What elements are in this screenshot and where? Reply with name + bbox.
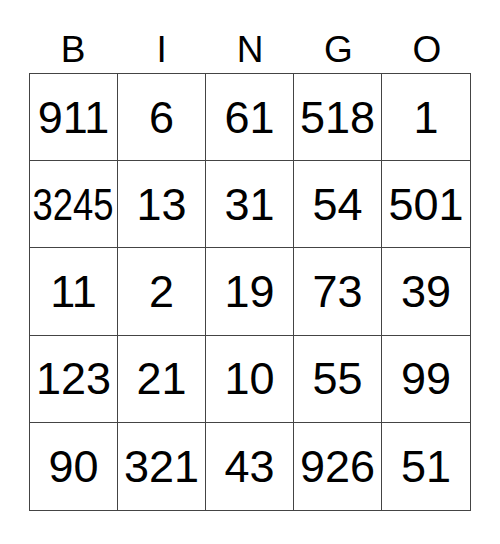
- cell-number: 13: [136, 182, 186, 227]
- bingo-cell-r2c2[interactable]: 13: [118, 161, 206, 248]
- bingo-cell-r5c5[interactable]: 51: [382, 423, 470, 510]
- cell-number: 19: [224, 269, 274, 314]
- bingo-cell-r4c2[interactable]: 21: [118, 336, 206, 423]
- header-letter-b: B: [29, 0, 117, 73]
- cell-number: 21: [136, 356, 186, 401]
- cell-number: 1: [413, 95, 438, 140]
- bingo-cell-r2c5[interactable]: 501: [382, 161, 470, 248]
- cell-number: 3245: [33, 182, 114, 227]
- cell-number: 123: [36, 356, 111, 401]
- cell-number: 61: [224, 95, 274, 140]
- cell-number: 518: [300, 95, 375, 140]
- cell-number: 6: [149, 95, 174, 140]
- bingo-cell-r1c1[interactable]: 911: [30, 74, 118, 161]
- cell-number: 31: [224, 182, 274, 227]
- bingo-cell-r2c1[interactable]: 3245: [30, 161, 118, 248]
- cell-number: 911: [38, 95, 110, 140]
- bingo-cell-r5c4[interactable]: 926: [294, 423, 382, 510]
- bingo-cell-r3c1[interactable]: 11: [30, 248, 118, 335]
- bingo-cell-r3c2[interactable]: 2: [118, 248, 206, 335]
- header-letter-i: I: [117, 0, 205, 73]
- cell-number: 54: [312, 182, 362, 227]
- bingo-cell-r5c2[interactable]: 321: [118, 423, 206, 510]
- cell-number: 321: [124, 444, 199, 489]
- bingo-cell-r3c5[interactable]: 39: [382, 248, 470, 335]
- header-letter-n: N: [206, 0, 294, 73]
- bingo-board: 911 6 61 518 1 3245 13 31 54 501 11 2 19…: [29, 73, 471, 511]
- header-letter-g: G: [294, 0, 382, 73]
- cell-number: 43: [224, 444, 274, 489]
- bingo-cell-r2c4[interactable]: 54: [294, 161, 382, 248]
- bingo-header: B I N G O: [29, 0, 471, 73]
- bingo-cell-r4c1[interactable]: 123: [30, 336, 118, 423]
- cell-number: 926: [300, 444, 375, 489]
- bingo-cell-r2c3[interactable]: 31: [206, 161, 294, 248]
- cell-number: 11: [50, 269, 97, 314]
- bingo-cell-r3c4[interactable]: 73: [294, 248, 382, 335]
- bingo-cell-r5c1[interactable]: 90: [30, 423, 118, 510]
- bingo-cell-r1c2[interactable]: 6: [118, 74, 206, 161]
- cell-number: 55: [312, 356, 362, 401]
- cell-number: 73: [312, 269, 362, 314]
- cell-number: 90: [48, 444, 98, 489]
- cell-number: 501: [388, 182, 463, 227]
- bingo-cell-r1c4[interactable]: 518: [294, 74, 382, 161]
- cell-number: 99: [401, 356, 451, 401]
- cell-number: 39: [401, 269, 451, 314]
- bingo-cell-r4c3[interactable]: 10: [206, 336, 294, 423]
- header-letter-o: O: [383, 0, 471, 73]
- bingo-cell-r4c5[interactable]: 99: [382, 336, 470, 423]
- cell-number: 10: [224, 356, 274, 401]
- cell-number: 51: [401, 444, 451, 489]
- bingo-cell-r1c5[interactable]: 1: [382, 74, 470, 161]
- bingo-card: B I N G O 911 6 61 518 1 3245 13 31 54 5…: [0, 0, 500, 544]
- bingo-cell-r4c4[interactable]: 55: [294, 336, 382, 423]
- bingo-cell-r3c3[interactable]: 19: [206, 248, 294, 335]
- bingo-cell-r5c3[interactable]: 43: [206, 423, 294, 510]
- cell-number: 2: [149, 269, 174, 314]
- bingo-cell-r1c3[interactable]: 61: [206, 74, 294, 161]
